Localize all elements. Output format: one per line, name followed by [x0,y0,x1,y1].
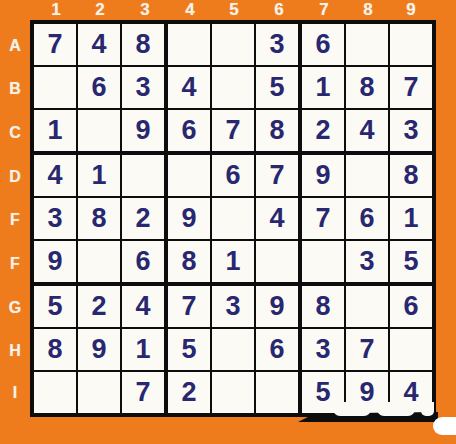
row-label-G-7: G [0,286,30,329]
row-label-B-2: B [0,67,30,110]
cell-H6[interactable]: 6 [256,329,302,372]
cell-B4[interactable]: 4 [168,67,212,110]
bottom-edge-artifact-blob [433,417,456,435]
cell-C9[interactable]: 3 [390,110,432,155]
row-label-F-6: F [0,241,30,286]
row-label-F-5: F [0,198,30,241]
row-label-D-4: D [0,155,30,198]
cell-C8[interactable]: 4 [346,110,390,155]
cell-I5[interactable] [212,372,256,413]
cell-G3[interactable]: 4 [122,286,168,329]
cell-I6[interactable] [256,372,302,413]
cell-F9[interactable]: 5 [390,241,432,286]
cell-D4[interactable] [168,155,212,198]
cell-B2[interactable]: 6 [78,67,122,110]
cell-A2[interactable]: 4 [78,24,122,67]
cell-H1[interactable]: 8 [34,329,78,372]
bottom-edge-artifact-bump [421,402,434,416]
cell-C3[interactable]: 9 [122,110,168,155]
col-label-5: 5 [212,0,256,20]
cell-B7[interactable]: 1 [302,67,346,110]
cell-D9[interactable]: 8 [390,155,432,198]
cell-D6[interactable]: 7 [256,155,302,198]
cell-D3[interactable] [122,155,168,198]
cell-F6[interactable]: 4 [256,198,302,241]
cell-G8[interactable] [346,286,390,329]
cell-B6[interactable]: 5 [256,67,302,110]
cell-F4[interactable]: 9 [168,198,212,241]
col-label-6: 6 [256,0,302,20]
cell-H8[interactable]: 7 [346,329,390,372]
cell-B5[interactable] [212,67,256,110]
cell-H5[interactable] [212,329,256,372]
cell-D5[interactable]: 6 [212,155,256,198]
cell-G9[interactable]: 6 [390,286,432,329]
col-label-4: 4 [168,0,212,20]
cell-F8[interactable]: 3 [346,241,390,286]
cell-H9[interactable] [390,329,432,372]
cell-A4[interactable] [168,24,212,67]
cell-F7[interactable] [302,241,346,286]
col-label-7: 7 [302,0,346,20]
col-label-9: 9 [390,0,432,20]
cell-D7[interactable]: 9 [302,155,346,198]
cell-A6[interactable]: 3 [256,24,302,67]
cell-B3[interactable]: 3 [122,67,168,110]
cell-A3[interactable]: 8 [122,24,168,67]
bottom-edge-artifact-bump [333,402,371,416]
cell-G1[interactable]: 5 [34,286,78,329]
cell-I2[interactable] [78,372,122,413]
cell-A7[interactable]: 6 [302,24,346,67]
cell-I1[interactable] [34,372,78,413]
cell-G5[interactable]: 3 [212,286,256,329]
cell-D8[interactable] [346,155,390,198]
bottom-edge-artifact-bump [377,402,415,416]
cell-F6[interactable] [256,241,302,286]
cell-C4[interactable]: 6 [168,110,212,155]
col-label-8: 8 [346,0,390,20]
cell-A5[interactable] [212,24,256,67]
cell-C6[interactable]: 8 [256,110,302,155]
cell-F1[interactable]: 3 [34,198,78,241]
col-label-1: 1 [34,0,78,20]
sudoku-board: 7483663451871967824341679838294761968135… [30,20,436,417]
cell-F2[interactable] [78,241,122,286]
row-label-C-3: C [0,110,30,155]
cell-B1[interactable] [34,67,78,110]
row-label-A-1: A [0,24,30,67]
cell-F7[interactable]: 7 [302,198,346,241]
cell-C2[interactable] [78,110,122,155]
cell-F3[interactable]: 6 [122,241,168,286]
cell-F5[interactable] [212,198,256,241]
cell-H3[interactable]: 1 [122,329,168,372]
cell-F5[interactable]: 1 [212,241,256,286]
cell-F9[interactable]: 1 [390,198,432,241]
col-label-2: 2 [78,0,122,20]
cell-A8[interactable] [346,24,390,67]
cell-F8[interactable]: 6 [346,198,390,241]
cell-G6[interactable]: 9 [256,286,302,329]
cell-H2[interactable]: 9 [78,329,122,372]
cell-C7[interactable]: 2 [302,110,346,155]
cell-B8[interactable]: 8 [346,67,390,110]
column-labels: 123456789 [34,0,432,20]
cell-C5[interactable]: 7 [212,110,256,155]
cell-G2[interactable]: 2 [78,286,122,329]
cell-F3[interactable]: 2 [122,198,168,241]
row-labels: ABCDFFGHI [0,24,30,413]
cell-G7[interactable]: 8 [302,286,346,329]
cell-F2[interactable]: 8 [78,198,122,241]
cell-I4[interactable]: 2 [168,372,212,413]
cell-D2[interactable]: 1 [78,155,122,198]
cell-B9[interactable]: 7 [390,67,432,110]
col-label-3: 3 [122,0,168,20]
cell-H4[interactable]: 5 [168,329,212,372]
cell-F1[interactable]: 9 [34,241,78,286]
cell-G4[interactable]: 7 [168,286,212,329]
cell-I3[interactable]: 7 [122,372,168,413]
cell-F4[interactable]: 8 [168,241,212,286]
cell-C1[interactable]: 1 [34,110,78,155]
cell-A1[interactable]: 7 [34,24,78,67]
cell-D1[interactable]: 4 [34,155,78,198]
cell-H7[interactable]: 3 [302,329,346,372]
cell-A9[interactable] [390,24,432,67]
row-label-H-8: H [0,329,30,372]
row-label-I-9: I [0,372,30,413]
